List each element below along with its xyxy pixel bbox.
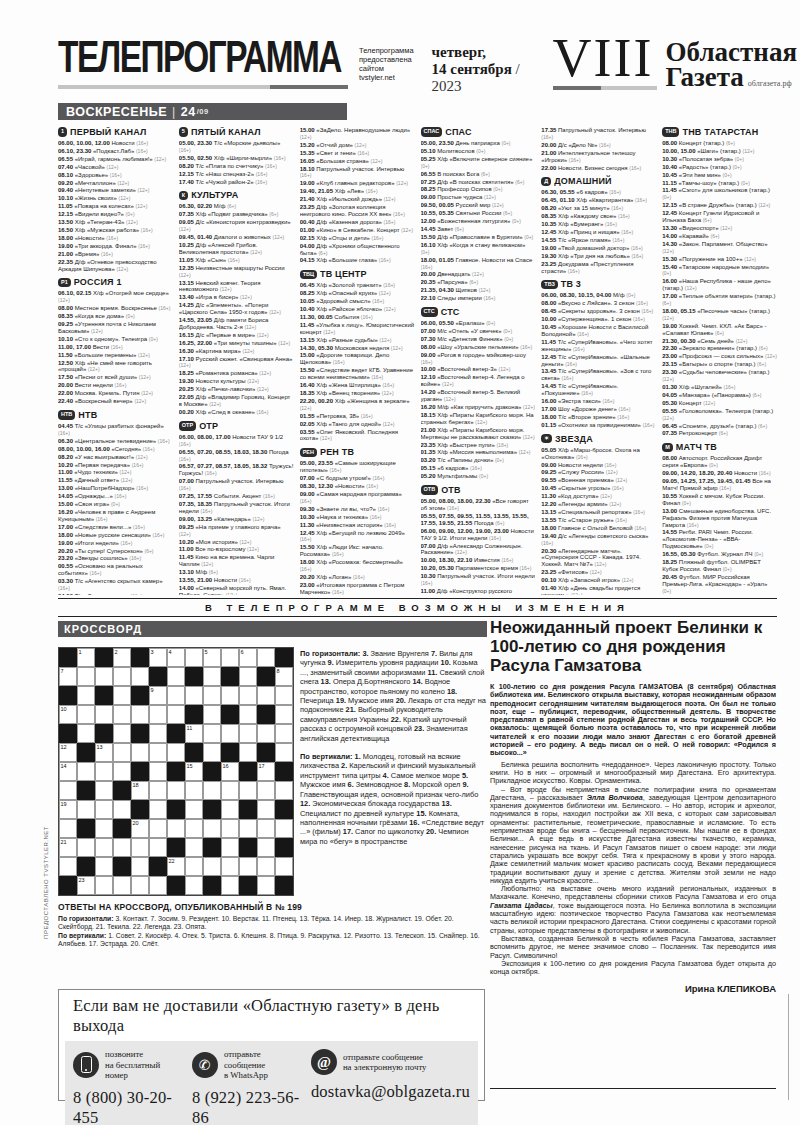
grid-cell-black[interactable] [113,819,131,838]
grid-cell-black[interactable] [167,876,185,895]
grid-cell-black[interactable] [167,762,185,781]
grid-cell[interactable] [131,705,149,724]
grid-cell-black[interactable] [77,743,95,762]
page-edge-mark [788,994,789,1100]
grid-cell[interactable]: 16 [221,762,239,781]
program-item: 06.45, 01.10 Х/ф «Квартирантка» (16+) [541,197,656,204]
grid-cell[interactable] [149,819,167,838]
channel-name: МАТЧ ТВ [676,442,717,452]
program-item: 14.20 «Восточный ветер-5. Великий ураган… [421,389,536,403]
grid-cell[interactable] [131,743,149,762]
issue-date: 14 сентября / 2023 [432,61,544,95]
program-item: 08.00 «Шоу «Уральские пельмени» (16+) [421,344,536,351]
grid-cell[interactable] [77,705,95,724]
grid-cell[interactable] [185,857,203,876]
grid-cell-black[interactable] [131,724,149,743]
program-item: 10.45 «Эти һәм мин» (0+) [662,172,777,179]
grid-cell[interactable] [95,876,113,895]
grid-cell-black[interactable] [185,743,203,762]
grid-cell[interactable]: 19 [59,800,77,819]
program-item: 05.25 Х/ф «Включите северное сияние» (0+… [421,156,536,170]
channel-logo-icon: 5 [179,127,188,137]
grid-cell-black[interactable] [275,838,293,857]
grid-cell[interactable] [59,819,77,838]
grid-cell[interactable] [257,686,275,705]
newspaper-site: облгазета.рф [748,79,792,88]
grid-cell[interactable] [257,819,275,838]
grid-cell[interactable] [113,686,131,705]
grid-cell-black[interactable] [59,686,77,705]
contact-value[interactable]: dostavka@oblgazeta.ru [311,1082,470,1102]
contact-value[interactable]: 8 (800) 30-20-455 [73,1088,182,1125]
program-item: 00.20 Х/ф «След в океане» (16+) [179,409,294,416]
grid-cell[interactable] [221,724,239,743]
grid-cell-black[interactable] [239,876,257,895]
program-item: 10.20, 05.30 Парламентское время (16+) [421,565,536,572]
grid-cell[interactable] [113,876,131,895]
grid-cell[interactable] [95,857,113,876]
newspaper-logo: ОбластнаяГазетаоблгазета.рф [666,32,797,98]
grid-cell[interactable] [59,857,77,876]
program-item: 03.20 Т/с «Папины дочки» (0+) [421,457,536,464]
grid-cell[interactable] [149,762,167,781]
grid-cell[interactable] [239,743,257,762]
grid-cell[interactable] [257,781,275,800]
program-item: 09.00 «Самая народная программа» (16+) [300,491,415,505]
grid-cell[interactable] [77,762,95,781]
grid-cell[interactable] [203,781,221,800]
grid-cell[interactable] [77,667,95,686]
clue-number: 17 [259,763,265,769]
grid-cell-black[interactable] [167,838,185,857]
program-item: 01.30 Х/ф «Шугалей» (16+) [662,384,777,391]
grid-cell[interactable]: 5 [203,648,221,667]
program-item: 05.00, 23.55 «Самые шокирующие гипотезы»… [300,460,415,474]
grid-cell[interactable] [149,781,167,800]
program-item: 14.55 Т/с «Яркое пламя» (16+) [541,237,656,244]
grid-cell[interactable] [95,819,113,838]
listings-column: 17.35 Патрульный участок. Интервью (16+)… [541,127,656,595]
grid-cell[interactable] [203,857,221,876]
grid-cell[interactable] [95,762,113,781]
program-item: 05.00, 08.00, 18.00, 22.30 «Все говорят … [421,498,536,512]
grid-cell[interactable] [113,762,131,781]
grid-cell[interactable] [167,819,185,838]
program-item: 13.15 «Специальный репортаж» (16+) [541,509,656,516]
clue-number: 5 [205,649,208,655]
grid-cell[interactable] [257,857,275,876]
grid-cell-black[interactable] [77,819,95,838]
crossword-grid[interactable]: 1234567891011121314151617181920212223 [58,647,294,896]
program-item: 20.35 «Парсуна» (6+) [421,279,536,286]
grid-cell[interactable] [149,800,167,819]
article-body: К 100-летию со дня рождения Расула ГАМЗА… [490,683,776,976]
channel-header: ✶ЗВЕЗДА [541,434,656,444]
program-item: 09.20 «Мечталлион» (12+) [58,180,173,187]
program-item: 01.40 Х/ф «День свадьбы придется уточнит… [541,585,656,595]
clue-number: 9 [151,687,154,693]
program-item: 03.30 Т/с «Агентство скрытых камер» (16+… [58,578,173,592]
grid-cell-black[interactable] [131,762,149,781]
program-item: 23.25 «Фетисов» (12+) [541,569,656,576]
grid-cell[interactable] [239,724,257,743]
grid-cell-black[interactable] [149,857,167,876]
grid-cell[interactable]: 9 [149,686,167,705]
channel-logo-icon: ✶ [541,434,552,444]
grid-cell[interactable] [131,857,149,876]
program-item: 08.10 «Здоровье» (16+) [58,172,173,179]
program-item: 19.00 Хоккей. Чемп. КХЛ. «Ак Барс» - «Са… [662,323,777,337]
grid-cell[interactable] [131,876,149,895]
grid-cell[interactable] [275,724,293,743]
channel-header: ОТВОТВ [421,485,536,495]
grid-cell-black[interactable] [203,762,221,781]
grid-cell[interactable] [275,857,293,876]
grid-cell[interactable]: 18 [131,781,149,800]
grid-cell[interactable] [131,838,149,857]
program-item: 18.15 Х/ф «Пираты Карибского моря. На ст… [421,412,536,426]
program-item: 16.20 М/ф «Как приручить дракона» (12+) [421,404,536,411]
grid-cell-black[interactable] [167,800,185,819]
grid-cell[interactable] [203,667,221,686]
crossword-title-bar: КРОССВОРД [58,621,487,637]
grid-cell-black[interactable] [257,667,275,686]
grid-cell[interactable] [239,705,257,724]
grid-cell[interactable] [167,743,185,762]
grid-cell[interactable] [221,876,239,895]
grid-cell[interactable] [77,686,95,705]
grid-cell-black[interactable] [257,743,275,762]
program-item: 07.25 Д/ф «В поисках святителя» (6+) [421,179,536,186]
article: Неожиданный проект Белинки к 100-летию с… [490,618,776,994]
program-item: 11.15 «Тамчы-шоу» (татар.) (0+) [662,180,777,187]
grid-cell[interactable]: 20 [131,819,149,838]
channel-name: КУЛЬТУРА [191,190,238,200]
grid-cell-black[interactable] [59,724,77,743]
grid-cell-black[interactable] [131,800,149,819]
program-item: 20.20 Х/ф «Логан» (16+) [300,574,415,581]
program-item: 14.30 «Закон. Парламент. Общество» (12+) [662,241,777,255]
grid-cell[interactable]: 3 [149,648,167,667]
grid-cell[interactable] [221,800,239,819]
grid-cell[interactable] [275,686,293,705]
grid-cell[interactable]: 4 [167,648,185,667]
article-paragraph: Выставка, созданная Белинкой в честь юби… [490,935,776,960]
grid-cell[interactable]: 7 [59,667,77,686]
grid-cell[interactable] [203,686,221,705]
program-item: 06.30 «Центральное телевидение» (16+) [58,438,173,445]
grid-cell-black[interactable] [59,648,77,667]
program-item: 11.30 «Неизвестная история» (16+) [300,522,415,529]
program-item: 10.20 «Моя история» (12+) [179,539,294,546]
program-item: 08.35 «Когда все дома» (0+) [58,313,173,320]
grid-cell[interactable] [95,781,113,800]
grid-cell[interactable] [185,838,203,857]
grid-cell-black[interactable] [221,667,239,686]
clue-number: 21 [61,839,67,845]
grid-cell-black[interactable] [257,705,275,724]
grid-cell[interactable] [167,667,185,686]
program-item: 18.25 «Романтика романса» (12+) [179,370,294,377]
program-item: 11.45 «Улыбка к лицу». Юмористический ко… [300,322,415,336]
program-item: 15.40 «Татарские народные мелодии» (0+) [662,264,777,278]
grid-cell-black[interactable] [221,705,239,724]
grid-cell[interactable]: 11 [185,724,203,743]
grid-cell[interactable] [203,724,221,743]
grid-cell[interactable] [149,876,167,895]
grid-cell[interactable] [149,743,167,762]
program-item: 18.25 Пляжный футбол. OLIMPBET Кубок Рос… [662,559,777,573]
clue-number: 14 [61,763,67,769]
grid-cell[interactable]: 21 [59,838,77,857]
program-item: 09.45, 01.40 Диалоги о животных (12+) [179,234,294,241]
grid-cell[interactable] [185,648,203,667]
grid-cell-black[interactable] [275,762,293,781]
grid-cell[interactable]: 8 [275,667,293,686]
program-item: 22.05 Д/ф «Владимир Горовиц. Концерт в М… [179,394,294,408]
program-item: 09.40 «Непутевые заметки» (12+) [58,187,173,194]
program-item: 14.55, 23.05 Д/ф памяти Бориса Добродеев… [179,317,294,331]
grid-cell[interactable]: 17 [257,762,275,781]
program-item: 23.25 Докудрама «Преступления страсти» (… [541,261,656,275]
grid-cell[interactable] [167,781,185,800]
program-item: 15.50 Д/ф «Православие в Бурятии» (0+) [421,234,536,241]
grid-cell[interactable] [239,819,257,838]
page-title: ТЕЛЕПРОГРАММА [58,32,280,82]
program-item: 12.45 Концерт Гузели Идрисовой и Ильназа… [662,210,777,224]
grid-cell-black[interactable] [203,800,221,819]
program-item: 00.10 Х/ф «Запасной игрок» (12+) [541,577,656,584]
grid-cell[interactable] [275,819,293,838]
grid-cell[interactable] [221,838,239,857]
grid-cell-black[interactable] [113,781,131,800]
grid-cell-black[interactable] [77,781,95,800]
program-item: 06.55 В поисках Бога (6+) [421,171,536,178]
program-item: 18.00 «Новые русские сенсации» (16+) [58,532,173,539]
grid-cell[interactable]: 6 [239,648,257,667]
grid-cell[interactable] [95,838,113,857]
program-item: 23.20 «Звезды сошлись» (16+) [58,555,173,562]
grid-cell-black[interactable] [275,876,293,895]
grid-cell[interactable] [275,705,293,724]
grid-cell[interactable] [113,667,131,686]
grid-cell[interactable] [221,819,239,838]
schedule-change-notice: В ТЕЛЕПРОГРАММЕ ВОЗМОЖНЫ ИЗМЕНЕНИЯ [58,598,777,617]
grid-cell[interactable] [203,705,221,724]
grid-cell[interactable] [239,857,257,876]
grid-cell[interactable]: 1 [77,648,95,667]
grid-cell[interactable] [257,648,275,667]
grid-cell[interactable] [275,743,293,762]
grid-cell[interactable] [131,667,149,686]
program-item: 21.00 Х/ф «Пираты Карибского моря. Мертв… [421,427,536,441]
program-item: 06.45 Х/ф «Золотой транзит» (16+) [300,282,415,289]
grid-cell-black[interactable] [77,857,95,876]
program-item: 08.00 Концерт (татар.) (6+) [662,140,777,147]
grid-cell[interactable] [95,667,113,686]
grid-cell[interactable] [221,857,239,876]
clue-number: 1 [79,649,82,655]
program-item: 09.25 «Утренняя почта с Николаем Басковы… [58,321,173,335]
program-item: 09.00, 14.20, 18.20, 20.40 Новости (16+) [662,470,777,477]
channel-name: РОССИЯ 1 [74,277,122,287]
grid-cell[interactable] [239,667,257,686]
grid-cell-black[interactable] [203,838,221,857]
grid-cell[interactable] [59,781,77,800]
program-item: 18.00 Главное с Ольгой Беловой (16+) [541,525,656,532]
grid-cell-black[interactable] [221,743,239,762]
program-item: 07.40 «Часовой» (12+) [58,164,173,171]
grid-cell-black[interactable] [275,800,293,819]
program-item: 05.15 «6 кадров» (16+) [421,465,536,472]
grid-cell[interactable] [221,781,239,800]
grid-cell-black[interactable] [185,667,203,686]
program-item: 16.55, 05.30 Футбол. Журнал ЛЧ (0+) [662,551,777,558]
program-item: 11.30 «Код доступа» (12+) [541,493,656,500]
clue-number: 20 [133,820,139,826]
program-item: 23.35 Х/ф «Быстрее пули» (18+) [421,442,536,449]
grid-cell[interactable] [113,724,131,743]
grid-cell-black[interactable] [95,648,113,667]
grid-cell-black[interactable] [95,686,113,705]
grid-cell[interactable] [167,686,185,705]
grid-cell-black[interactable] [131,648,149,667]
program-item: 13.55 Т/с «Старое ружье» (16+) [541,517,656,524]
program-item: 20.45 Футбол. МИР Российская Премьер-Лиг… [662,574,777,595]
channel-logo-icon: ОТР [179,421,196,431]
grid-cell[interactable] [185,876,203,895]
grid-cell[interactable]: 23 [77,876,95,895]
grid-cell[interactable] [257,724,275,743]
program-item: 17.40 Т/с «Чужой район-2» (16+) [179,179,294,186]
grid-cell[interactable]: 10 [59,705,77,724]
channel-name: СПАС [445,127,472,137]
program-item: 00.40 Д/ф «Казенная дорога» (16+) [300,219,415,226]
program-item: 10.00 «Восточный ветер-3» (12+) [421,366,536,373]
grid-cell[interactable] [257,800,275,819]
grid-cell[interactable] [77,724,95,743]
program-item: 06.10, 02.15 Х/ф «Отогрей мое сердце» (1… [58,290,173,304]
program-item: 02.05 Х/ф «Танго для одной» (12+) [300,421,415,428]
grid-cell[interactable] [257,876,275,895]
grid-cell[interactable] [185,800,203,819]
program-item: 07.00 Патрульный участок. Интервью (16+) [179,478,294,492]
grid-cell[interactable] [221,648,239,667]
grid-cell[interactable]: 22 [167,857,185,876]
grid-cell[interactable] [77,800,95,819]
grid-cell[interactable] [95,705,113,724]
program-item: 16.00 «Экстра такси» (16+) [541,398,656,405]
program-item: 08.20 «У нас выигрывают!» (12+) [58,454,173,461]
program-item: 08.20 Т/с «Плата по счетчику» (16+) [179,163,294,170]
grid-cell-black[interactable] [149,667,167,686]
grid-cell[interactable] [149,838,167,857]
clue-number: 7 [61,668,64,674]
grid-cell[interactable] [113,743,131,762]
program-item: 14.45 Завет (6+) [421,226,536,233]
program-item: 17.35 Патрульный участок. Интервью (16+) [541,127,656,141]
grid-cell[interactable] [185,819,203,838]
grid-cell-black[interactable] [185,705,203,724]
program-item: 10.35 Х/ф «Бумеранг» (16+) [541,221,656,228]
grid-cell[interactable] [221,686,239,705]
grid-cell[interactable] [203,819,221,838]
grid-cell-black[interactable] [239,838,257,857]
program-item: 11.45 Кино на все времена. Чарли Чаплин … [179,554,294,568]
contact-value[interactable]: 8 (922) 223-56-86 [192,1088,301,1125]
program-item: 15.50 «Следствие ведет КГБ. Уравнение со… [300,367,415,381]
grid-cell[interactable] [239,686,257,705]
grid-cell-black[interactable] [167,724,185,743]
grid-cell-black[interactable] [113,857,131,876]
grid-cell-black[interactable] [131,686,149,705]
brand-underline [58,85,348,89]
clue-number: 22 [169,858,175,864]
article-lead: К 100-летию со дня рождения Расула ГАМЗА… [490,683,776,758]
grid-cell[interactable] [113,705,131,724]
grid-cell[interactable] [185,686,203,705]
program-item: 23.30 «Судьбы человеческие» (татар.) (12… [662,369,777,383]
grid-cell[interactable] [167,705,185,724]
grid-cell-black[interactable] [275,648,293,667]
grid-cell[interactable] [257,838,275,857]
program-item: 05.30 Концерт (12+) [662,400,777,407]
program-item: 16.25, 22.00 «Три минуты тишины» (12+) [179,340,294,347]
grid-cell[interactable]: 13 [95,743,113,762]
channel-name: ЗВЕЗДА [555,434,593,444]
grid-cell[interactable] [185,781,203,800]
clue-number: 18 [133,782,139,788]
grid-cell[interactable] [113,800,131,819]
channel-header: СТССТС [421,307,536,317]
grid-cell[interactable]: 15 [185,762,203,781]
clue-number: 23 [79,877,85,883]
across-clues: По горизонтали: 3. Звание Врунгеля 7. Ви… [300,649,487,743]
grid-cell[interactable] [149,705,167,724]
grid-cell[interactable]: 14 [59,762,77,781]
grid-cell[interactable] [203,743,221,762]
program-item: 15.35 «Свет и тени» (16+) [300,150,415,157]
program-item: 10.00, 15.00 «Шаги» (татар.) (12+) [662,148,777,155]
grid-cell[interactable] [275,781,293,800]
grid-cell-black[interactable] [239,762,257,781]
grid-cell-black[interactable] [95,724,113,743]
channel-name: ТВ ЦЕНТР [320,269,367,279]
grid-cell[interactable] [113,838,131,857]
grid-cell[interactable]: 2 [113,648,131,667]
grid-cell-black[interactable] [203,876,221,895]
grid-cell[interactable] [95,800,113,819]
program-item: 01.35 Х/ф «Миссия невыполнима» (12+) [421,449,536,456]
grid-cell[interactable] [149,724,167,743]
answers-down: По вертикали: 1. Совет. 2. Киоскёр. 4. О… [58,932,487,949]
program-item: 10.40 Х/ф «Райское яблочко» (12+) [300,306,415,313]
email-icon: @ [311,1049,337,1075]
channel-header: ДДОМАШНИЙ [541,176,656,186]
grid-cell[interactable]: 12 [59,743,77,762]
grid-cell-black[interactable] [239,800,257,819]
program-item: 19.30 Новости культуры (12+) [179,378,294,385]
grid-cell[interactable] [77,838,95,857]
program-item: 04.15 Х/ф «Большие глаза» (16+) [300,257,415,264]
program-item: 09.00 Простые чудеса (12+) [421,194,536,201]
program-item: 06.30, 05.55 «6 кадров» (16+) [541,189,656,196]
program-item: 16.00 «Наша Республика - наше дело» (тат… [662,278,777,292]
program-item: 14.00 «Северный морской путь. Ямал. Побе… [179,585,294,595]
program-item: 15.20 «Отчий дом» (12+) [300,142,415,149]
grid-cell[interactable] [239,781,257,800]
grid-cell-black[interactable] [59,876,77,895]
